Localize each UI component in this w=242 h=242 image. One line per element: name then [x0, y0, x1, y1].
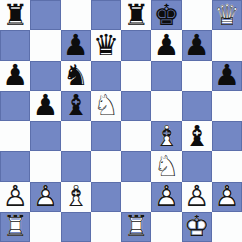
piece-glyph-outline: ♘ [151, 151, 181, 181]
square-b2[interactable]: ♟♙ [30, 182, 60, 212]
square-c4[interactable] [61, 121, 91, 151]
piece-glyph-outline: ♙ [182, 182, 212, 212]
piece-white-rook: ♜♖ [0, 212, 30, 242]
piece-black-rook: ♜ [0, 0, 30, 30]
piece-white-knight: ♞♘ [91, 91, 121, 121]
square-f7[interactable]: ♟ [151, 30, 181, 60]
square-b1[interactable] [30, 212, 60, 242]
piece-glyph: ♟ [212, 61, 242, 91]
piece-black-king: ♚ [151, 0, 181, 30]
square-d6[interactable] [91, 61, 121, 91]
square-g1[interactable]: ♚♔ [182, 212, 212, 242]
piece-white-pawn: ♟♙ [182, 182, 212, 212]
piece-glyph: ♜ [0, 0, 30, 30]
square-h4[interactable] [212, 121, 242, 151]
square-g3[interactable] [182, 151, 212, 181]
square-e3[interactable] [121, 151, 151, 181]
piece-black-rook: ♜ [121, 0, 151, 30]
piece-glyph: ♚ [151, 0, 181, 30]
square-e8[interactable]: ♜ [121, 0, 151, 30]
square-c7[interactable]: ♟ [61, 30, 91, 60]
square-f8[interactable]: ♚ [151, 0, 181, 30]
square-h8[interactable]: ♛♕ [212, 0, 242, 30]
square-a2[interactable]: ♟♙ [0, 182, 30, 212]
piece-white-pawn: ♟♙ [30, 182, 60, 212]
square-e2[interactable] [121, 182, 151, 212]
square-b4[interactable] [30, 121, 60, 151]
piece-white-pawn: ♟♙ [151, 182, 181, 212]
square-c1[interactable] [61, 212, 91, 242]
square-e1[interactable]: ♜♖ [121, 212, 151, 242]
piece-glyph: ♟ [151, 30, 181, 60]
square-a6[interactable]: ♟ [0, 61, 30, 91]
piece-glyph-outline: ♖ [0, 212, 30, 242]
piece-glyph: ♝ [182, 121, 212, 151]
piece-glyph-outline: ♙ [30, 182, 60, 212]
piece-glyph: ♛ [91, 30, 121, 60]
square-a7[interactable] [0, 30, 30, 60]
piece-white-bishop: ♝♗ [61, 182, 91, 212]
piece-glyph: ♝ [61, 91, 91, 121]
square-a3[interactable] [0, 151, 30, 181]
piece-black-pawn: ♟ [182, 30, 212, 60]
square-g7[interactable]: ♟ [182, 30, 212, 60]
square-b5[interactable]: ♟ [30, 91, 60, 121]
piece-glyph: ♜ [121, 0, 151, 30]
square-d7[interactable]: ♛ [91, 30, 121, 60]
square-g2[interactable]: ♟♙ [182, 182, 212, 212]
square-b7[interactable] [30, 30, 60, 60]
piece-glyph: ♞ [61, 61, 91, 91]
piece-glyph-outline: ♙ [0, 182, 30, 212]
square-a8[interactable]: ♜ [0, 0, 30, 30]
piece-black-pawn: ♟ [61, 30, 91, 60]
square-c2[interactable]: ♝♗ [61, 182, 91, 212]
piece-white-rook: ♜♖ [121, 212, 151, 242]
square-f4[interactable]: ♝♗ [151, 121, 181, 151]
piece-white-bishop: ♝♗ [151, 121, 181, 151]
square-b6[interactable] [30, 61, 60, 91]
square-e4[interactable] [121, 121, 151, 151]
piece-glyph: ♟ [182, 30, 212, 60]
square-d2[interactable] [91, 182, 121, 212]
square-e6[interactable] [121, 61, 151, 91]
piece-black-pawn: ♟ [0, 61, 30, 91]
square-c3[interactable] [61, 151, 91, 181]
piece-glyph-outline: ♗ [151, 121, 181, 151]
square-e5[interactable] [121, 91, 151, 121]
square-h2[interactable]: ♟♙ [212, 182, 242, 212]
square-b8[interactable] [30, 0, 60, 30]
piece-glyph-outline: ♔ [182, 212, 212, 242]
square-g5[interactable] [182, 91, 212, 121]
square-g8[interactable] [182, 0, 212, 30]
piece-black-pawn: ♟ [151, 30, 181, 60]
piece-glyph: ♟ [30, 91, 60, 121]
square-h7[interactable] [212, 30, 242, 60]
piece-white-knight: ♞♘ [151, 151, 181, 181]
square-e7[interactable] [121, 30, 151, 60]
square-f2[interactable]: ♟♙ [151, 182, 181, 212]
piece-glyph-outline: ♙ [212, 182, 242, 212]
piece-glyph-outline: ♕ [212, 0, 242, 30]
square-h6[interactable]: ♟ [212, 61, 242, 91]
piece-glyph: ♟ [61, 30, 91, 60]
piece-glyph-outline: ♘ [91, 91, 121, 121]
square-b3[interactable] [30, 151, 60, 181]
square-d3[interactable] [91, 151, 121, 181]
square-d4[interactable] [91, 121, 121, 151]
piece-glyph-outline: ♗ [61, 182, 91, 212]
square-d1[interactable] [91, 212, 121, 242]
piece-black-bishop: ♝ [61, 91, 91, 121]
square-g4[interactable]: ♝ [182, 121, 212, 151]
piece-black-pawn: ♟ [30, 91, 60, 121]
square-f1[interactable] [151, 212, 181, 242]
piece-black-bishop: ♝ [182, 121, 212, 151]
piece-white-pawn: ♟♙ [212, 182, 242, 212]
piece-glyph: ♟ [0, 61, 30, 91]
square-d5[interactable]: ♞♘ [91, 91, 121, 121]
square-c8[interactable] [61, 0, 91, 30]
piece-black-pawn: ♟ [212, 61, 242, 91]
square-a1[interactable]: ♜♖ [0, 212, 30, 242]
square-a5[interactable] [0, 91, 30, 121]
square-d8[interactable] [91, 0, 121, 30]
piece-white-pawn: ♟♙ [0, 182, 30, 212]
square-f6[interactable] [151, 61, 181, 91]
piece-white-king: ♚♔ [182, 212, 212, 242]
piece-white-queen: ♛♕ [212, 0, 242, 30]
square-f5[interactable] [151, 91, 181, 121]
square-c6[interactable]: ♞ [61, 61, 91, 91]
square-c5[interactable]: ♝ [61, 91, 91, 121]
piece-glyph-outline: ♙ [151, 182, 181, 212]
square-h1[interactable] [212, 212, 242, 242]
square-a4[interactable] [0, 121, 30, 151]
piece-black-knight: ♞ [61, 61, 91, 91]
square-g6[interactable] [182, 61, 212, 91]
piece-glyph-outline: ♖ [121, 212, 151, 242]
square-f3[interactable]: ♞♘ [151, 151, 181, 181]
piece-black-queen: ♛ [91, 30, 121, 60]
chess-board: ♜♜♚♛♕♟♛♟♟♟♞♟♟♝♞♘♝♗♝♞♘♟♙♟♙♝♗♟♙♟♙♟♙♜♖♜♖♚♔ [0, 0, 242, 242]
square-h5[interactable] [212, 91, 242, 121]
square-h3[interactable] [212, 151, 242, 181]
